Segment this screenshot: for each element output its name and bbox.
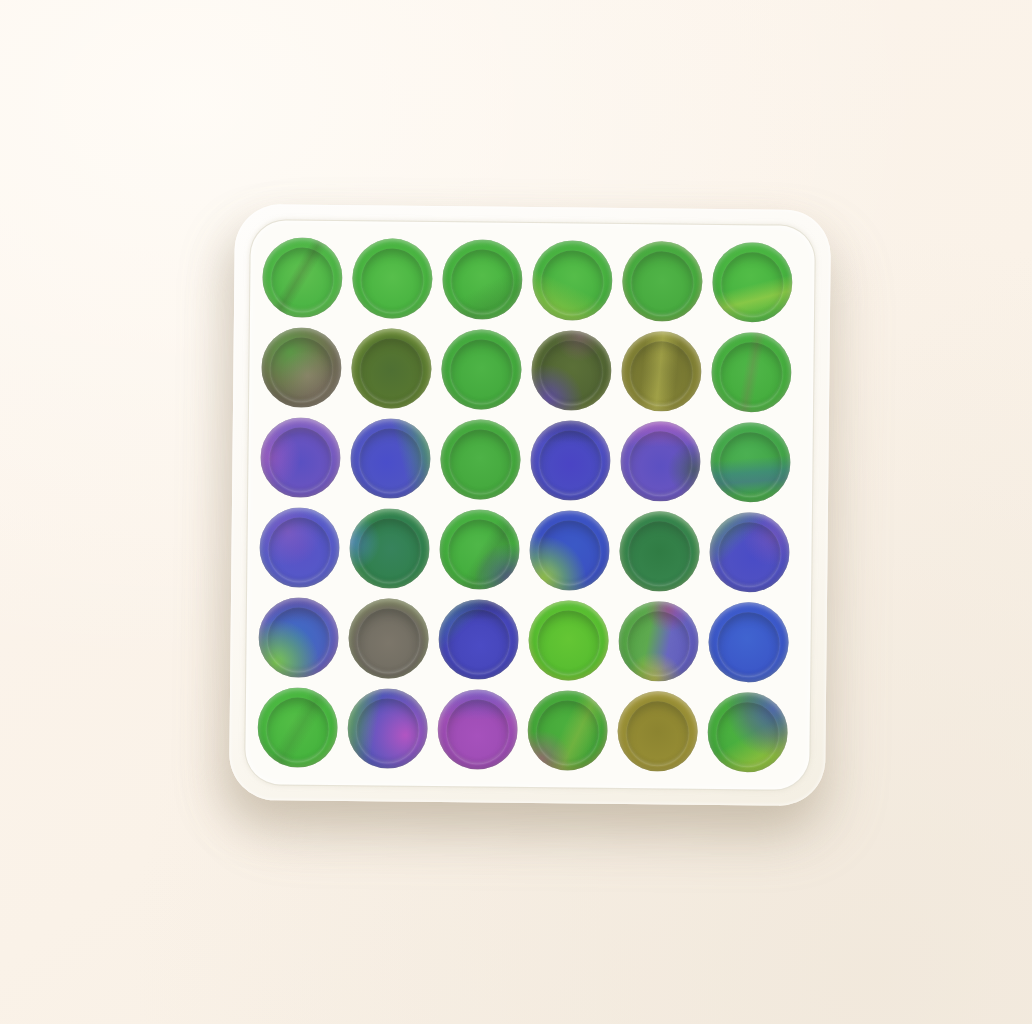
bubble-r2c4[interactable] <box>531 330 612 411</box>
bubble-r3c4[interactable] <box>530 420 611 501</box>
bubble-r1c1[interactable] <box>262 237 343 318</box>
bubble-r6c5[interactable] <box>617 691 698 772</box>
bubble-r6c2[interactable] <box>347 688 428 769</box>
bubble-r5c4[interactable] <box>528 600 609 681</box>
bubble-r5c2[interactable] <box>348 598 429 679</box>
bubble-r6c1[interactable] <box>257 687 338 768</box>
bubble-r5c6[interactable] <box>708 602 789 683</box>
bubble-r4c5[interactable] <box>619 511 700 592</box>
bubble-r3c1[interactable] <box>260 417 341 498</box>
bubble-r2c6[interactable] <box>711 332 792 413</box>
bubble-r4c4[interactable] <box>529 510 610 591</box>
bubble-r4c6[interactable] <box>709 512 790 593</box>
bubble-r6c3[interactable] <box>437 689 518 770</box>
bubble-r3c2[interactable] <box>350 418 431 499</box>
bubble-r3c5[interactable] <box>620 421 701 502</box>
photo-background <box>0 0 1032 1024</box>
bubble-grid <box>257 237 793 773</box>
bubble-r5c5[interactable] <box>618 601 699 682</box>
bubble-r4c2[interactable] <box>349 508 430 589</box>
bubble-r3c3[interactable] <box>440 419 521 500</box>
bubble-r5c3[interactable] <box>438 599 519 680</box>
bubble-r3c6[interactable] <box>710 422 791 503</box>
bubble-r1c3[interactable] <box>442 239 523 320</box>
bubble-r6c4[interactable] <box>527 690 608 771</box>
bubble-r4c3[interactable] <box>439 509 520 590</box>
bubble-r1c6[interactable] <box>712 242 793 323</box>
pop-it-board <box>229 204 831 806</box>
bubble-r4c1[interactable] <box>259 507 340 588</box>
bubble-r5c1[interactable] <box>258 597 339 678</box>
bubble-r2c5[interactable] <box>621 331 702 412</box>
bubble-r2c2[interactable] <box>351 328 432 409</box>
bubble-r2c1[interactable] <box>261 327 342 408</box>
bubble-r1c2[interactable] <box>352 238 433 319</box>
bubble-r1c4[interactable] <box>532 240 613 321</box>
bubble-r1c5[interactable] <box>622 241 703 322</box>
bubble-r6c6[interactable] <box>707 692 788 773</box>
bubble-r2c3[interactable] <box>441 329 522 410</box>
